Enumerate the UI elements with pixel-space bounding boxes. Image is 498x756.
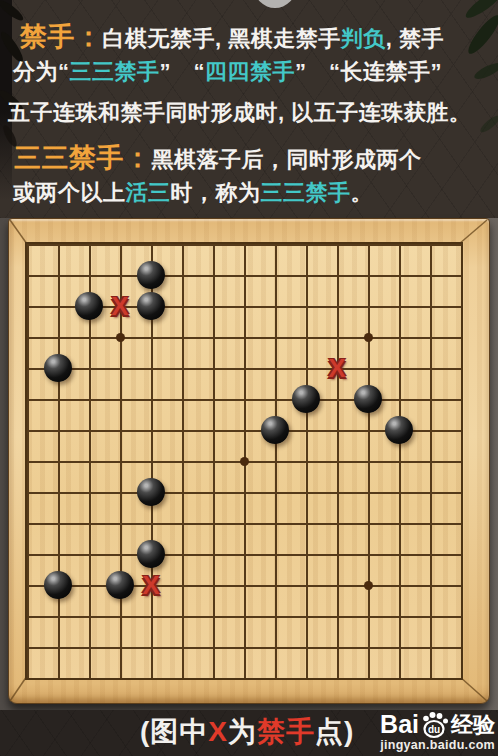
black-stone: [385, 416, 413, 444]
black-stone: [44, 354, 72, 382]
term-double-four: 四四禁手: [205, 59, 295, 84]
black-stone: [354, 385, 382, 413]
rule-line-1: 禁手：白棋无禁手, 黑棋走禁手判负, 禁手: [0, 0, 498, 55]
caption-forbidden-term: 禁手: [257, 716, 315, 747]
black-stone: [106, 571, 134, 599]
rule-line-3: 五子连珠和禁手同时形成时, 以五子连珠获胜。: [0, 96, 498, 129]
baidu-brand: Bai du 经验: [380, 711, 495, 738]
gomoku-board[interactable]: XXX: [8, 218, 490, 704]
star-point: [240, 457, 249, 466]
black-stone: [44, 571, 72, 599]
baidu-watermark: Bai du 经验 jingyan.baidu.com: [380, 711, 495, 752]
board-panel: XXX: [0, 218, 498, 710]
rule-title: 禁手：: [20, 22, 103, 52]
caption: (图中X为禁手点): [140, 710, 354, 756]
black-stone: [137, 292, 165, 320]
black-stone: [75, 292, 103, 320]
star-point: [116, 333, 125, 342]
term-double-three-2: 三三禁手: [261, 180, 351, 205]
board-grid[interactable]: XXX: [12, 229, 477, 694]
baidu-jingyan-text: 经验: [451, 710, 495, 740]
black-stone: [292, 385, 320, 413]
black-stone: [137, 478, 165, 506]
forbidden-point-marker: X: [111, 293, 128, 319]
baidu-du-text: du: [428, 724, 440, 735]
term-live-three: 活三: [126, 180, 171, 205]
rules-panel: 禁手：白棋无禁手, 黑棋走禁手判负, 禁手 分为“三三禁手” “四四禁手” “长…: [0, 0, 498, 218]
rule-line-2: 分为“三三禁手” “四四禁手” “长连禁手”: [0, 55, 498, 88]
black-stone: [261, 416, 289, 444]
section-title: 三三禁手：: [14, 143, 152, 173]
term-double-three: 三三禁手: [70, 59, 160, 84]
caption-panel: (图中X为禁手点) Bai du 经验 jingyan.baidu.com: [0, 710, 498, 756]
caption-x-marker: X: [208, 716, 228, 747]
board-play-area: XXX: [27, 244, 461, 678]
term-loss: 判负: [341, 26, 386, 51]
star-point: [364, 333, 373, 342]
black-stone: [137, 540, 165, 568]
section-line-1: 三三禁手：黑棋落子后，同时形成两个: [0, 142, 498, 176]
baidu-paw-icon: du: [420, 711, 450, 739]
baidu-url: jingyan.baidu.com: [380, 738, 495, 752]
forbidden-point-marker: X: [328, 355, 345, 381]
baidu-brand-text: Bai: [380, 710, 419, 739]
forbidden-point-marker: X: [142, 572, 159, 598]
star-point: [364, 581, 373, 590]
black-stone: [137, 261, 165, 289]
section-line-2: 或两个以上活三时，称为三三禁手。: [0, 176, 498, 209]
